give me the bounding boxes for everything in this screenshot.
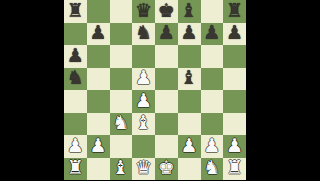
square-f1[interactable] [178,158,201,181]
square-f3[interactable] [178,113,201,136]
square-h2[interactable]: ♟ [223,135,246,158]
chess-board: ♜♛♚♝♜♟♞♟♟♟♟♟♞♟♝♟♞♝♟♟♟♟♟♜♝♛♚♞♜ [64,0,246,180]
piece-white-pawn[interactable]: ♟ [67,136,84,155]
square-d8[interactable]: ♛ [132,0,155,23]
square-e1[interactable]: ♚ [155,158,178,181]
square-a6[interactable]: ♟ [64,45,87,68]
square-g5[interactable] [201,68,224,91]
square-a8[interactable]: ♜ [64,0,87,23]
square-b4[interactable] [87,90,110,113]
square-g1[interactable]: ♞ [201,158,224,181]
square-f8[interactable]: ♝ [178,0,201,23]
square-d7[interactable]: ♞ [132,23,155,46]
piece-black-bishop[interactable]: ♝ [181,1,198,20]
square-b3[interactable] [87,113,110,136]
square-c6[interactable] [110,45,133,68]
piece-black-pawn[interactable]: ♟ [158,23,175,42]
piece-white-bishop[interactable]: ♝ [135,113,152,132]
square-c1[interactable]: ♝ [110,158,133,181]
square-h3[interactable] [223,113,246,136]
square-a7[interactable] [64,23,87,46]
piece-white-king[interactable]: ♚ [158,158,175,177]
square-a5[interactable]: ♞ [64,68,87,91]
square-a2[interactable]: ♟ [64,135,87,158]
square-d4[interactable]: ♟ [132,90,155,113]
square-h8[interactable]: ♜ [223,0,246,23]
square-c7[interactable] [110,23,133,46]
square-c2[interactable] [110,135,133,158]
square-h4[interactable] [223,90,246,113]
square-d1[interactable]: ♛ [132,158,155,181]
piece-black-rook[interactable]: ♜ [226,1,243,20]
square-d5[interactable]: ♟ [132,68,155,91]
piece-black-knight[interactable]: ♞ [135,23,152,42]
square-g2[interactable]: ♟ [201,135,224,158]
square-e5[interactable] [155,68,178,91]
square-e4[interactable] [155,90,178,113]
square-c4[interactable] [110,90,133,113]
square-b8[interactable] [87,0,110,23]
piece-white-bishop[interactable]: ♝ [112,158,129,177]
piece-white-pawn[interactable]: ♟ [181,136,198,155]
piece-black-knight[interactable]: ♞ [67,68,84,87]
piece-white-pawn[interactable]: ♟ [90,136,107,155]
piece-black-pawn[interactable]: ♟ [203,23,220,42]
piece-white-knight[interactable]: ♞ [203,158,220,177]
square-h6[interactable] [223,45,246,68]
square-b1[interactable] [87,158,110,181]
square-f5[interactable]: ♝ [178,68,201,91]
piece-black-pawn[interactable]: ♟ [90,23,107,42]
square-b5[interactable] [87,68,110,91]
square-f2[interactable]: ♟ [178,135,201,158]
square-d2[interactable] [132,135,155,158]
piece-black-pawn[interactable]: ♟ [181,23,198,42]
piece-white-rook[interactable]: ♜ [67,158,84,177]
piece-white-pawn[interactable]: ♟ [135,91,152,110]
square-c3[interactable]: ♞ [110,113,133,136]
square-e6[interactable] [155,45,178,68]
square-a3[interactable] [64,113,87,136]
square-f6[interactable] [178,45,201,68]
piece-black-rook[interactable]: ♜ [67,1,84,20]
square-h7[interactable]: ♟ [223,23,246,46]
piece-white-rook[interactable]: ♜ [226,158,243,177]
square-b6[interactable] [87,45,110,68]
piece-white-pawn[interactable]: ♟ [203,136,220,155]
square-a1[interactable]: ♜ [64,158,87,181]
square-c5[interactable] [110,68,133,91]
square-e3[interactable] [155,113,178,136]
square-g3[interactable] [201,113,224,136]
piece-white-knight[interactable]: ♞ [112,113,129,132]
piece-black-pawn[interactable]: ♟ [67,46,84,65]
square-b2[interactable]: ♟ [87,135,110,158]
piece-black-bishop[interactable]: ♝ [181,68,198,87]
square-b7[interactable]: ♟ [87,23,110,46]
square-g8[interactable] [201,0,224,23]
piece-white-queen[interactable]: ♛ [135,158,152,177]
square-e2[interactable] [155,135,178,158]
square-f4[interactable] [178,90,201,113]
square-g7[interactable]: ♟ [201,23,224,46]
app-background: ♜♛♚♝♜♟♞♟♟♟♟♟♞♟♝♟♞♝♟♟♟♟♟♜♝♛♚♞♜ [0,0,320,180]
piece-white-pawn[interactable]: ♟ [226,136,243,155]
piece-black-pawn[interactable]: ♟ [226,23,243,42]
square-h1[interactable]: ♜ [223,158,246,181]
square-d3[interactable]: ♝ [132,113,155,136]
square-g4[interactable] [201,90,224,113]
square-e7[interactable]: ♟ [155,23,178,46]
piece-black-king[interactable]: ♚ [158,1,175,20]
square-c8[interactable] [110,0,133,23]
piece-white-pawn[interactable]: ♟ [135,68,152,87]
square-a4[interactable] [64,90,87,113]
square-h5[interactable] [223,68,246,91]
square-g6[interactable] [201,45,224,68]
square-e8[interactable]: ♚ [155,0,178,23]
square-f7[interactable]: ♟ [178,23,201,46]
square-d6[interactable] [132,45,155,68]
piece-black-queen[interactable]: ♛ [135,1,152,20]
